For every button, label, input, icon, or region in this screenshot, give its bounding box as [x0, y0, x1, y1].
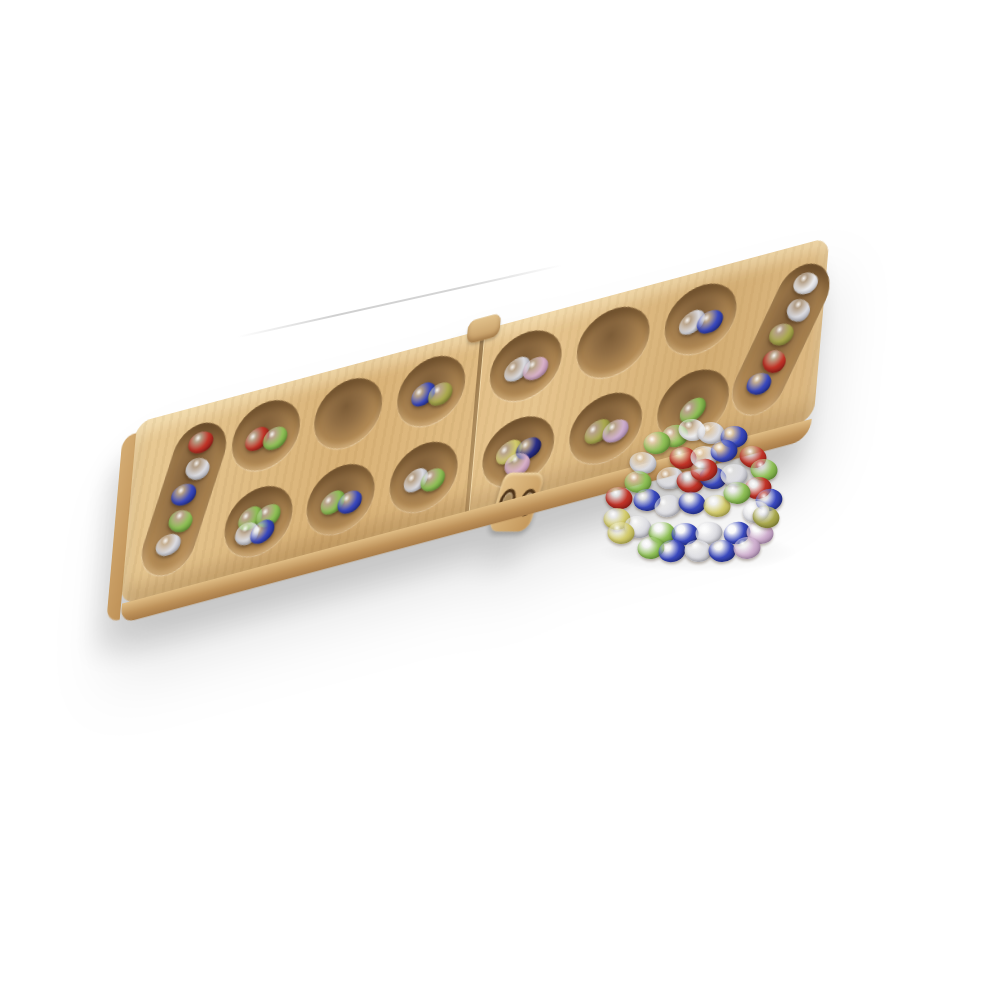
- pit-cell: [390, 341, 472, 441]
- pit-far-4: [487, 322, 565, 410]
- pit-far-2: [312, 370, 385, 456]
- pit-cell: [300, 449, 382, 549]
- photo-scene: [0, 0, 1000, 1000]
- silver-glass-stone: [783, 295, 814, 325]
- yellow-glass-stone: [607, 521, 634, 543]
- pit-far-5: [574, 298, 652, 386]
- lavender-glass-stone: [733, 536, 761, 560]
- pit-far-6: [662, 275, 740, 363]
- green-glass-stone: [166, 507, 197, 533]
- blue-glass-stone: [169, 482, 198, 507]
- pit-near-1: [222, 478, 295, 564]
- loose-gems-pile: [604, 422, 792, 562]
- pit-near-3: [387, 433, 460, 519]
- olive-glass-stone: [766, 323, 796, 346]
- left-pit-grid: [217, 341, 472, 571]
- blue-glass-stone: [744, 372, 774, 395]
- pit-far-1: [229, 392, 302, 478]
- pit-cell: [225, 385, 307, 485]
- pit-cell: [217, 471, 299, 571]
- pit-far-3: [395, 348, 468, 434]
- silver-glass-stone: [182, 455, 213, 481]
- pit-near-2: [304, 456, 377, 542]
- grommet-hole: [495, 488, 519, 515]
- red-glass-stone: [759, 346, 790, 376]
- board-left-half: [120, 330, 483, 605]
- red-glass-stone: [186, 430, 215, 455]
- clear-glass-stone: [790, 272, 820, 295]
- pit-cell: [570, 292, 656, 393]
- silver-glass-stone: [154, 532, 183, 557]
- green-glass-stone: [723, 482, 751, 505]
- pit-cell: [657, 268, 743, 369]
- pit-cell: [383, 427, 465, 527]
- pit-cell: [308, 363, 390, 463]
- grommet-hole: [515, 488, 539, 515]
